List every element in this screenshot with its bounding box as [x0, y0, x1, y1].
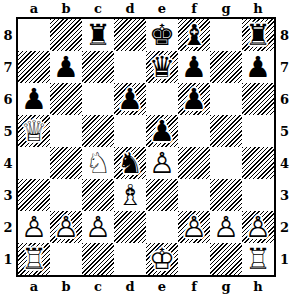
square-b8[interactable] [50, 19, 82, 51]
rank-label-left-1: 1 [3, 252, 12, 267]
piece-white-pawn-c2: ♟♙ [82, 211, 114, 243]
piece-fill-layer: ♟ [82, 211, 114, 243]
square-g7[interactable] [210, 51, 242, 83]
piece-outline-layer: ♙ [82, 211, 114, 243]
file-label-top-g: g [221, 1, 230, 16]
square-a2[interactable]: ♟♙ [18, 211, 50, 243]
square-e8[interactable]: ♚ [146, 19, 178, 51]
rank-label-right-4: 4 [280, 156, 289, 171]
piece-fill-layer: ♜ [242, 243, 274, 275]
piece-glyph: ♟ [18, 83, 50, 115]
square-h7[interactable]: ♟ [242, 51, 274, 83]
piece-fill-layer: ♟ [242, 211, 274, 243]
rank-label-right-1: 1 [280, 252, 289, 267]
square-g2[interactable]: ♟♙ [210, 211, 242, 243]
square-c2[interactable]: ♟♙ [82, 211, 114, 243]
square-e1[interactable]: ♚♔ [146, 243, 178, 275]
piece-fill-layer: ♟ [178, 211, 210, 243]
piece-glyph: ♟ [178, 83, 210, 115]
file-label-top-c: c [94, 1, 102, 16]
file-label-bottom-g: g [221, 279, 230, 294]
piece-outline-layer: ♙ [178, 211, 210, 243]
piece-white-pawn-e4: ♟♙ [146, 147, 178, 179]
square-f7[interactable]: ♟ [178, 51, 210, 83]
square-d8[interactable] [114, 19, 146, 51]
rank-labels-right: 87654321 [276, 17, 293, 277]
piece-white-pawn-a2: ♟♙ [18, 211, 50, 243]
piece-black-pawn-a6: ♟ [18, 83, 50, 115]
rank-label-left-8: 8 [3, 28, 12, 43]
rank-label-left-6: 6 [3, 92, 12, 107]
square-e3[interactable] [146, 179, 178, 211]
rank-label-right-5: 5 [280, 124, 289, 139]
square-d1[interactable] [114, 243, 146, 275]
square-f6[interactable]: ♟ [178, 83, 210, 115]
piece-outline-layer: ♙ [18, 211, 50, 243]
square-h8[interactable]: ♜ [242, 19, 274, 51]
piece-glyph: ♜ [82, 19, 114, 51]
piece-black-pawn-f7: ♟ [178, 51, 210, 83]
chess-diagram: abcdefgh 87654321 ♜♚♝♜♟♛♟♟♟♟♟♛♕♟♞♘♞♟♙♝♗♟… [0, 0, 293, 295]
piece-black-rook-c8: ♜ [82, 19, 114, 51]
file-label-top-h: h [253, 1, 262, 16]
square-h4[interactable] [242, 147, 274, 179]
square-h3[interactable] [242, 179, 274, 211]
piece-glyph: ♛ [146, 51, 178, 83]
piece-white-pawn-g2: ♟♙ [210, 211, 242, 243]
file-label-bottom-f: f [191, 279, 197, 294]
square-e6[interactable] [146, 83, 178, 115]
square-c5[interactable] [82, 115, 114, 147]
square-e7[interactable]: ♛ [146, 51, 178, 83]
square-g1[interactable] [210, 243, 242, 275]
piece-outline-layer: ♙ [50, 211, 82, 243]
piece-black-bishop-f8: ♝ [178, 19, 210, 51]
piece-fill-layer: ♚ [146, 243, 178, 275]
piece-fill-layer: ♛ [18, 115, 50, 147]
piece-outline-layer: ♖ [242, 243, 274, 275]
piece-glyph: ♟ [50, 51, 82, 83]
square-c8[interactable]: ♜ [82, 19, 114, 51]
piece-outline-layer: ♖ [18, 243, 50, 275]
piece-white-bishop-d3: ♝♗ [114, 179, 146, 211]
file-label-bottom-d: d [125, 279, 134, 294]
square-a3[interactable] [18, 179, 50, 211]
square-d7[interactable] [114, 51, 146, 83]
file-label-bottom-c: c [94, 279, 102, 294]
square-a1[interactable]: ♜♖ [18, 243, 50, 275]
square-f8[interactable]: ♝ [178, 19, 210, 51]
piece-white-queen-a5: ♛♕ [18, 115, 50, 147]
file-label-top-d: d [125, 1, 134, 16]
piece-glyph: ♟ [114, 83, 146, 115]
piece-black-knight-d4: ♞ [114, 147, 146, 179]
piece-fill-layer: ♜ [18, 243, 50, 275]
square-c4[interactable]: ♞♘ [82, 147, 114, 179]
square-f5[interactable] [178, 115, 210, 147]
square-a4[interactable] [18, 147, 50, 179]
square-d6[interactable]: ♟ [114, 83, 146, 115]
square-d2[interactable] [114, 211, 146, 243]
square-c7[interactable] [82, 51, 114, 83]
square-b2[interactable]: ♟♙ [50, 211, 82, 243]
square-c6[interactable] [82, 83, 114, 115]
file-label-top-b: b [61, 1, 70, 16]
square-c3[interactable] [82, 179, 114, 211]
piece-glyph: ♟ [178, 51, 210, 83]
piece-glyph: ♜ [242, 19, 274, 51]
file-label-bottom-a: a [30, 279, 38, 294]
square-d5[interactable] [114, 115, 146, 147]
file-label-top-e: e [158, 1, 166, 16]
square-g5[interactable] [210, 115, 242, 147]
file-label-bottom-h: h [253, 279, 262, 294]
square-g3[interactable] [210, 179, 242, 211]
piece-fill-layer: ♟ [210, 211, 242, 243]
square-a8[interactable] [18, 19, 50, 51]
file-labels-top: abcdefgh [16, 0, 276, 17]
square-a6[interactable]: ♟ [18, 83, 50, 115]
rank-labels-left: 87654321 [0, 17, 16, 277]
rank-label-left-7: 7 [3, 60, 12, 75]
rank-label-left-5: 5 [3, 124, 12, 139]
rank-label-right-2: 2 [280, 220, 289, 235]
square-f3[interactable] [178, 179, 210, 211]
rank-label-right-8: 8 [280, 28, 289, 43]
piece-black-pawn-e5: ♟ [146, 115, 178, 147]
piece-fill-layer: ♟ [18, 211, 50, 243]
piece-glyph: ♟ [242, 51, 274, 83]
square-e4[interactable]: ♟♙ [146, 147, 178, 179]
piece-black-pawn-h7: ♟ [242, 51, 274, 83]
square-c1[interactable] [82, 243, 114, 275]
square-f2[interactable]: ♟♙ [178, 211, 210, 243]
piece-fill-layer: ♟ [146, 147, 178, 179]
square-g6[interactable] [210, 83, 242, 115]
piece-fill-layer: ♝ [114, 179, 146, 211]
rank-label-right-3: 3 [280, 188, 289, 203]
piece-white-king-e1: ♚♔ [146, 243, 178, 275]
square-e5[interactable]: ♟ [146, 115, 178, 147]
square-d3[interactable]: ♝♗ [114, 179, 146, 211]
square-b7[interactable]: ♟ [50, 51, 82, 83]
square-a7[interactable] [18, 51, 50, 83]
piece-white-pawn-b2: ♟♙ [50, 211, 82, 243]
piece-glyph: ♚ [146, 19, 178, 51]
piece-glyph: ♝ [178, 19, 210, 51]
chess-board: ♜♚♝♜♟♛♟♟♟♟♟♛♕♟♞♘♞♟♙♝♗♟♙♟♙♟♙♟♙♟♙♟♙♜♖♚♔♜♖ [16, 17, 276, 277]
file-labels-bottom: abcdefgh [16, 277, 276, 295]
piece-black-pawn-b7: ♟ [50, 51, 82, 83]
square-a5[interactable]: ♛♕ [18, 115, 50, 147]
piece-white-pawn-h2: ♟♙ [242, 211, 274, 243]
square-h2[interactable]: ♟♙ [242, 211, 274, 243]
piece-black-queen-e7: ♛ [146, 51, 178, 83]
rank-label-right-7: 7 [280, 60, 289, 75]
square-e2[interactable] [146, 211, 178, 243]
square-f1[interactable] [178, 243, 210, 275]
rank-label-left-3: 3 [3, 188, 12, 203]
square-h1[interactable]: ♜♖ [242, 243, 274, 275]
piece-fill-layer: ♟ [50, 211, 82, 243]
piece-outline-layer: ♕ [18, 115, 50, 147]
square-b5[interactable] [50, 115, 82, 147]
square-b4[interactable] [50, 147, 82, 179]
square-g4[interactable] [210, 147, 242, 179]
file-label-bottom-e: e [158, 279, 166, 294]
piece-white-pawn-f2: ♟♙ [178, 211, 210, 243]
rank-label-right-6: 6 [280, 92, 289, 107]
file-label-bottom-b: b [61, 279, 70, 294]
square-f4[interactable] [178, 147, 210, 179]
square-b1[interactable] [50, 243, 82, 275]
piece-black-king-e8: ♚ [146, 19, 178, 51]
square-h5[interactable] [242, 115, 274, 147]
piece-black-rook-h8: ♜ [242, 19, 274, 51]
square-b6[interactable] [50, 83, 82, 115]
piece-outline-layer: ♙ [210, 211, 242, 243]
file-label-top-f: f [191, 1, 197, 16]
piece-white-rook-h1: ♜♖ [242, 243, 274, 275]
piece-glyph: ♟ [146, 115, 178, 147]
piece-outline-layer: ♙ [242, 211, 274, 243]
square-h6[interactable] [242, 83, 274, 115]
square-b3[interactable] [50, 179, 82, 211]
piece-black-pawn-f6: ♟ [178, 83, 210, 115]
piece-outline-layer: ♔ [146, 243, 178, 275]
square-g8[interactable] [210, 19, 242, 51]
rank-label-left-4: 4 [3, 156, 12, 171]
piece-outline-layer: ♙ [146, 147, 178, 179]
piece-fill-layer: ♞ [82, 147, 114, 179]
piece-white-rook-a1: ♜♖ [18, 243, 50, 275]
square-d4[interactable]: ♞ [114, 147, 146, 179]
piece-outline-layer: ♗ [114, 179, 146, 211]
piece-outline-layer: ♘ [82, 147, 114, 179]
piece-glyph: ♞ [114, 147, 146, 179]
file-label-top-a: a [30, 1, 38, 16]
piece-white-knight-c4: ♞♘ [82, 147, 114, 179]
piece-black-pawn-d6: ♟ [114, 83, 146, 115]
rank-label-left-2: 2 [3, 220, 12, 235]
